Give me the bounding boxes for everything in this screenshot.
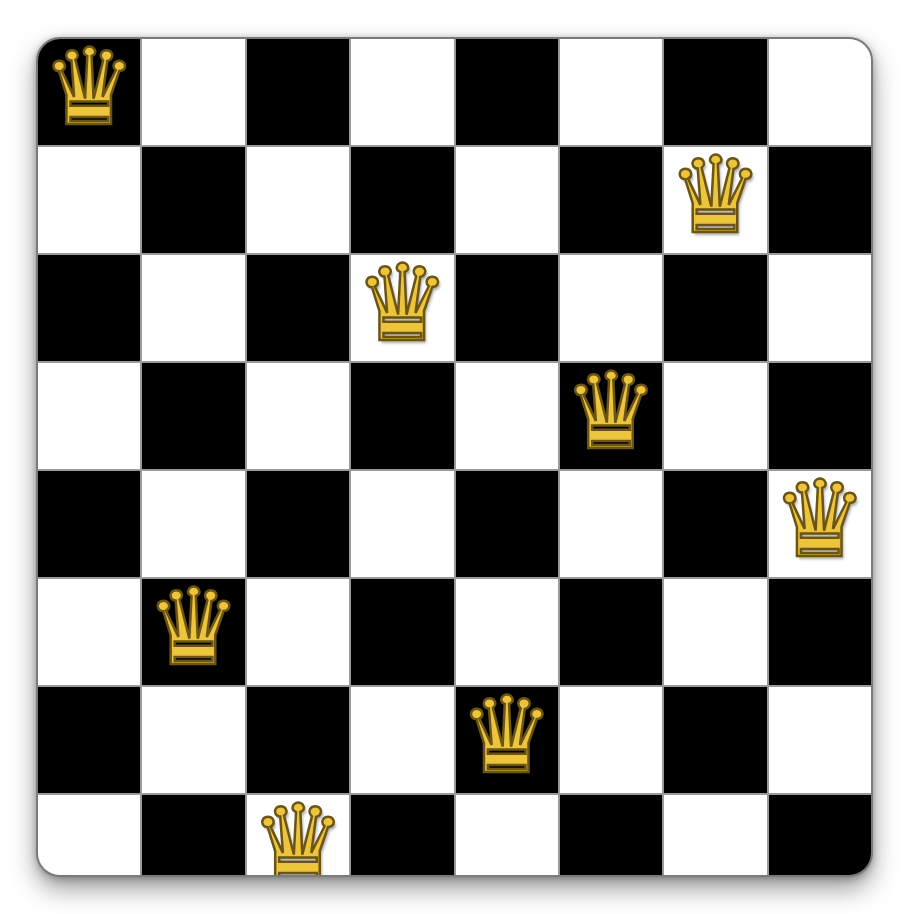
- queen-icon: ♛: [772, 467, 867, 573]
- square-f1[interactable]: [560, 795, 662, 877]
- square-h7[interactable]: [769, 147, 871, 253]
- square-a4[interactable]: [38, 471, 140, 577]
- square-e6[interactable]: [456, 255, 558, 361]
- square-b4[interactable]: [142, 471, 244, 577]
- board-card: ♛♛♛♛♛♛♛♛: [36, 37, 873, 877]
- square-a1[interactable]: [38, 795, 140, 877]
- square-d1[interactable]: [351, 795, 453, 877]
- chessboard: ♛♛♛♛♛♛♛♛: [38, 39, 871, 875]
- square-f5[interactable]: ♛: [560, 363, 662, 469]
- square-h5[interactable]: [769, 363, 871, 469]
- square-g5[interactable]: [664, 363, 766, 469]
- square-c1[interactable]: ♛: [247, 795, 349, 877]
- square-h4[interactable]: ♛: [769, 471, 871, 577]
- square-h3[interactable]: [769, 579, 871, 685]
- square-a7[interactable]: [38, 147, 140, 253]
- queen-icon: ♛: [42, 37, 137, 141]
- square-b8[interactable]: [142, 39, 244, 145]
- square-g7[interactable]: ♛: [664, 147, 766, 253]
- square-b7[interactable]: [142, 147, 244, 253]
- square-a5[interactable]: [38, 363, 140, 469]
- queen-icon: ♛: [250, 791, 345, 877]
- square-a6[interactable]: [38, 255, 140, 361]
- square-h1[interactable]: [769, 795, 871, 877]
- square-e4[interactable]: [456, 471, 558, 577]
- square-c5[interactable]: [247, 363, 349, 469]
- square-b6[interactable]: [142, 255, 244, 361]
- queen-icon: ♛: [668, 143, 763, 249]
- queen-icon: ♛: [459, 683, 554, 789]
- square-g6[interactable]: [664, 255, 766, 361]
- square-b2[interactable]: [142, 687, 244, 793]
- square-e3[interactable]: [456, 579, 558, 685]
- square-f7[interactable]: [560, 147, 662, 253]
- square-a8[interactable]: ♛: [38, 39, 140, 145]
- square-d4[interactable]: [351, 471, 453, 577]
- square-c7[interactable]: [247, 147, 349, 253]
- square-e7[interactable]: [456, 147, 558, 253]
- square-h8[interactable]: [769, 39, 871, 145]
- square-e2[interactable]: ♛: [456, 687, 558, 793]
- square-b1[interactable]: [142, 795, 244, 877]
- square-b5[interactable]: [142, 363, 244, 469]
- square-e1[interactable]: [456, 795, 558, 877]
- square-d8[interactable]: [351, 39, 453, 145]
- square-d7[interactable]: [351, 147, 453, 253]
- queen-icon: ♛: [146, 575, 241, 681]
- square-g2[interactable]: [664, 687, 766, 793]
- square-c6[interactable]: [247, 255, 349, 361]
- square-c3[interactable]: [247, 579, 349, 685]
- square-f8[interactable]: [560, 39, 662, 145]
- square-b3[interactable]: ♛: [142, 579, 244, 685]
- square-d3[interactable]: [351, 579, 453, 685]
- square-h6[interactable]: [769, 255, 871, 361]
- square-d2[interactable]: [351, 687, 453, 793]
- square-d5[interactable]: [351, 363, 453, 469]
- square-a2[interactable]: [38, 687, 140, 793]
- square-d6[interactable]: ♛: [351, 255, 453, 361]
- square-g1[interactable]: [664, 795, 766, 877]
- queen-icon: ♛: [564, 359, 659, 465]
- square-f3[interactable]: [560, 579, 662, 685]
- square-e8[interactable]: [456, 39, 558, 145]
- square-c4[interactable]: [247, 471, 349, 577]
- square-g8[interactable]: [664, 39, 766, 145]
- square-f6[interactable]: [560, 255, 662, 361]
- square-f2[interactable]: [560, 687, 662, 793]
- square-f4[interactable]: [560, 471, 662, 577]
- square-h2[interactable]: [769, 687, 871, 793]
- square-e5[interactable]: [456, 363, 558, 469]
- square-g4[interactable]: [664, 471, 766, 577]
- square-c2[interactable]: [247, 687, 349, 793]
- queen-icon: ♛: [355, 251, 450, 357]
- square-c8[interactable]: [247, 39, 349, 145]
- square-a3[interactable]: [38, 579, 140, 685]
- square-g3[interactable]: [664, 579, 766, 685]
- page: ♛♛♛♛♛♛♛♛: [0, 0, 908, 914]
